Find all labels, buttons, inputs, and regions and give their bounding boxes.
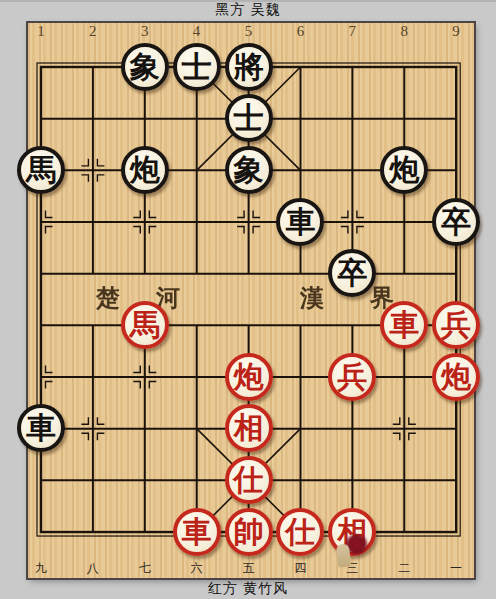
file-label-bottom: 三 bbox=[326, 560, 378, 576]
file-label-top: 6 bbox=[274, 23, 326, 39]
red-player-title: 红方 黄竹风 bbox=[0, 580, 496, 598]
xiangqi-board[interactable]: 楚河 漢界 123456789 九八七六五四三二一 象士將士馬炮象炮車卒卒馬車兵… bbox=[28, 23, 474, 578]
piece-black-r1c5[interactable]: 士 bbox=[225, 94, 273, 142]
piece-red-r6c5[interactable]: 炮 bbox=[225, 353, 273, 401]
black-player-title: 黑方 吴魏 bbox=[0, 1, 496, 19]
file-label-bottom: 六 bbox=[171, 560, 223, 576]
file-label-bottom: 五 bbox=[223, 560, 275, 576]
piece-black-r4c7[interactable]: 卒 bbox=[328, 249, 376, 297]
file-label-bottom: 四 bbox=[274, 560, 326, 576]
file-label-top: 7 bbox=[326, 23, 378, 39]
piece-red-r9c4[interactable]: 車 bbox=[173, 508, 221, 556]
piece-red-r6c7[interactable]: 兵 bbox=[328, 353, 376, 401]
file-label-top: 2 bbox=[67, 23, 119, 39]
piece-red-r6c9[interactable]: 炮 bbox=[432, 353, 480, 401]
file-label-top: 4 bbox=[171, 23, 223, 39]
piece-black-r2c1[interactable]: 馬 bbox=[17, 146, 65, 194]
file-label-bottom: 七 bbox=[119, 560, 171, 576]
piece-red-r5c8[interactable]: 車 bbox=[380, 301, 428, 349]
piece-black-r2c8[interactable]: 炮 bbox=[380, 146, 428, 194]
file-label-top: 3 bbox=[119, 23, 171, 39]
piece-black-r3c9[interactable]: 卒 bbox=[432, 198, 480, 246]
file-label-top: 5 bbox=[223, 23, 275, 39]
piece-red-r9c5[interactable]: 帥 bbox=[225, 508, 273, 556]
file-label-bottom: 九 bbox=[15, 560, 67, 576]
file-label-top: 1 bbox=[15, 23, 67, 39]
piece-black-r7c1[interactable]: 車 bbox=[17, 404, 65, 452]
piece-black-r3c6[interactable]: 車 bbox=[276, 198, 324, 246]
file-label-bottom: 八 bbox=[67, 560, 119, 576]
piece-layer: 象士將士馬炮象炮車卒卒馬車兵炮兵炮車相仕車帥仕相 bbox=[15, 41, 482, 558]
piece-red-r7c5[interactable]: 相 bbox=[225, 404, 273, 452]
piece-black-r2c3[interactable]: 炮 bbox=[121, 146, 169, 194]
piece-black-r0c4[interactable]: 士 bbox=[173, 43, 221, 91]
file-label-top: 9 bbox=[430, 23, 482, 39]
file-label-top: 8 bbox=[378, 23, 430, 39]
piece-black-r2c5[interactable]: 象 bbox=[225, 146, 273, 194]
piece-red-r5c9[interactable]: 兵 bbox=[432, 301, 480, 349]
file-label-bottom: 一 bbox=[430, 560, 482, 576]
piece-red-r9c6[interactable]: 仕 bbox=[276, 508, 324, 556]
file-label-bottom: 二 bbox=[378, 560, 430, 576]
piece-black-r0c3[interactable]: 象 bbox=[121, 43, 169, 91]
cursor-artifact-hand bbox=[336, 543, 352, 567]
file-labels-top: 123456789 bbox=[15, 23, 482, 39]
screenshot-root: 黑方 吴魏 楚河 漢界 123456789 九八七六五四三二一 象士將士馬炮象炮… bbox=[0, 0, 496, 599]
piece-black-r0c5[interactable]: 將 bbox=[225, 43, 273, 91]
piece-red-r8c5[interactable]: 仕 bbox=[225, 456, 273, 504]
file-labels-bottom: 九八七六五四三二一 bbox=[15, 560, 482, 576]
piece-red-r5c3[interactable]: 馬 bbox=[121, 301, 169, 349]
